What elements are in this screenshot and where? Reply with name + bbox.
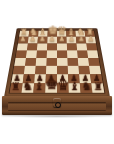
- board-square: ♜: [10, 83, 23, 93]
- board-square: [89, 66, 101, 74]
- board-square: ♝: [33, 83, 45, 93]
- board-square: ♟: [57, 74, 68, 83]
- board-square: [35, 66, 46, 74]
- board-square: [57, 43, 67, 50]
- board-square: ♟: [46, 74, 57, 83]
- product-shadow: [6, 115, 108, 118]
- black-p-piece: ♟: [68, 74, 79, 83]
- board-frame: ♜♞♝♚♛♝♞♜♟♟♟♟♟♟♟♟♟♟♟♟♟♟♟♟♜♞♝♚♛♝♞♜: [4, 28, 110, 97]
- white-k-piece: ♚: [48, 25, 57, 37]
- black-p-piece: ♟: [46, 74, 57, 83]
- board-square: ♝: [68, 83, 80, 93]
- board-square: [68, 66, 79, 74]
- drawer-clasp-icon: [53, 98, 61, 107]
- board-square: [36, 50, 47, 57]
- board-square: ♚: [45, 83, 57, 93]
- board-square: [47, 43, 57, 50]
- black-p-piece: ♟: [23, 74, 34, 83]
- board-square: ♟: [34, 74, 46, 83]
- black-p-piece: ♟: [34, 74, 45, 83]
- board-square: [24, 66, 36, 74]
- chessboard-grid: ♜♞♝♚♛♝♞♜♟♟♟♟♟♟♟♟♟♟♟♟♟♟♟♟♜♞♝♚♛♝♞♜: [10, 31, 105, 93]
- white-p-piece: ♟: [86, 36, 96, 43]
- board-square: [67, 50, 78, 57]
- board-square: [77, 50, 88, 57]
- board-square: [46, 58, 57, 66]
- white-p-piece: ♟: [57, 36, 67, 43]
- black-p-piece: ♟: [57, 74, 68, 83]
- board-perspective-wrapper: ♜♞♝♚♛♝♞♜♟♟♟♟♟♟♟♟♟♟♟♟♟♟♟♟♜♞♝♚♛♝♞♜: [0, 0, 114, 144]
- white-r-piece: ♜: [19, 28, 28, 37]
- board-square: ♞: [22, 83, 35, 93]
- board-square: [57, 50, 67, 57]
- board-square: [27, 43, 38, 50]
- white-q-piece: ♛: [57, 25, 66, 36]
- board-square: [87, 50, 98, 57]
- board-square: [57, 66, 68, 74]
- white-b-piece: ♝: [38, 27, 47, 36]
- white-p-piece: ♟: [47, 36, 57, 43]
- wooden-box-base: [2, 96, 112, 115]
- white-p-piece: ♟: [38, 36, 48, 43]
- white-r-piece: ♜: [85, 28, 94, 37]
- white-n-piece: ♞: [29, 27, 38, 36]
- board-square: [46, 66, 57, 74]
- board-square: [57, 58, 68, 66]
- board-square: [67, 43, 77, 50]
- chess-set-product-photo: ♜♞♝♚♛♝♞♜♟♟♟♟♟♟♟♟♟♟♟♟♟♟♟♟♜♞♝♚♛♝♞♜: [0, 0, 114, 144]
- board-square: [37, 43, 47, 50]
- board-square: ♟: [23, 74, 35, 83]
- board-square: [88, 58, 100, 66]
- board-square: [36, 58, 47, 66]
- white-p-piece: ♟: [18, 36, 28, 43]
- black-r-piece: ♜: [92, 81, 104, 92]
- clasp-ring-icon: [55, 102, 61, 108]
- board-square: [25, 58, 36, 66]
- board-square: [47, 50, 57, 57]
- board-square: ♟: [90, 74, 103, 83]
- board-square: ♟: [11, 74, 24, 83]
- black-r-piece: ♜: [10, 81, 22, 92]
- board-square: ♜: [91, 83, 104, 93]
- board-square: [67, 58, 78, 66]
- board-square: [86, 43, 97, 50]
- black-p-piece: ♟: [91, 74, 102, 83]
- board-square: [26, 50, 37, 57]
- white-p-piece: ♟: [28, 36, 38, 43]
- black-p-piece: ♟: [11, 74, 22, 83]
- white-b-piece: ♝: [66, 27, 75, 36]
- board-square: ♞: [80, 83, 93, 93]
- board-square: ♛: [57, 83, 69, 93]
- board-square: ♟: [68, 74, 80, 83]
